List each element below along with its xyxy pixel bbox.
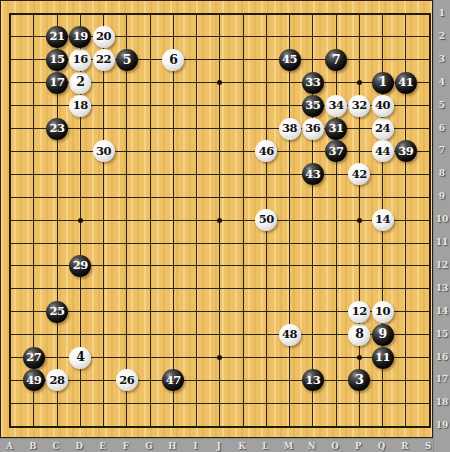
stone-black-Q15: 9 xyxy=(372,324,394,346)
column-label-M: M xyxy=(282,441,296,451)
stone-black-N17: 13 xyxy=(302,369,324,391)
stone-white-Q7: 44 xyxy=(372,140,394,162)
go-board-viewer: 1234567891011121314151617181920212223242… xyxy=(0,0,450,452)
row-label-14: 14 xyxy=(434,306,450,316)
move-number: 11 xyxy=(375,352,390,364)
column-label-C: C xyxy=(49,441,63,451)
column-label-J: J xyxy=(212,441,226,451)
move-number: 37 xyxy=(328,146,343,158)
move-number: 31 xyxy=(328,123,343,135)
move-number: 8 xyxy=(355,328,363,341)
move-number: 3 xyxy=(355,374,363,387)
stone-white-P14: 12 xyxy=(348,301,370,323)
column-label-B: B xyxy=(26,441,40,451)
stone-black-R7: 39 xyxy=(395,140,417,162)
move-number: 22 xyxy=(96,54,111,66)
stone-black-B17: 49 xyxy=(23,369,45,391)
move-number: 32 xyxy=(352,100,367,112)
move-number: 4 xyxy=(76,351,84,364)
move-number: 47 xyxy=(166,375,181,387)
stone-white-D5: 18 xyxy=(69,95,91,117)
move-number: 16 xyxy=(73,54,88,66)
column-label-G: G xyxy=(142,441,156,451)
move-number: 38 xyxy=(282,123,297,135)
column-label-O: O xyxy=(328,441,342,451)
move-number: 46 xyxy=(259,146,274,158)
move-number: 12 xyxy=(352,306,367,318)
row-label-12: 12 xyxy=(434,260,450,270)
move-number: 41 xyxy=(398,77,413,89)
move-number: 15 xyxy=(49,54,64,66)
stone-black-N8: 43 xyxy=(302,163,324,185)
column-label-I: I xyxy=(189,441,203,451)
move-number: 50 xyxy=(259,214,274,226)
column-label-N: N xyxy=(305,441,319,451)
stone-white-Q6: 24 xyxy=(372,118,394,140)
stone-white-P15: 8 xyxy=(348,324,370,346)
row-label-19: 19 xyxy=(434,420,450,430)
stone-white-M15: 48 xyxy=(279,324,301,346)
move-number: 29 xyxy=(73,260,88,272)
move-number: 45 xyxy=(282,54,297,66)
column-label-H: H xyxy=(165,441,179,451)
stone-black-Q16: 11 xyxy=(372,347,394,369)
move-number: 10 xyxy=(375,306,390,318)
move-number: 7 xyxy=(332,54,340,67)
stone-white-Q5: 40 xyxy=(372,95,394,117)
row-label-11: 11 xyxy=(434,237,450,247)
move-number: 25 xyxy=(49,306,64,318)
column-label-S: S xyxy=(421,441,435,451)
stone-white-E2: 20 xyxy=(93,26,115,48)
row-label-10: 10 xyxy=(434,214,450,224)
move-number: 26 xyxy=(119,375,134,387)
column-label-A: A xyxy=(3,441,17,451)
move-number: 9 xyxy=(378,328,386,341)
move-number: 30 xyxy=(96,146,111,158)
stone-white-D3: 16 xyxy=(69,49,91,71)
move-number: 28 xyxy=(49,375,64,387)
stone-white-D16: 4 xyxy=(69,347,91,369)
stone-white-M6: 38 xyxy=(279,118,301,140)
column-label-F: F xyxy=(119,441,133,451)
column-label-L: L xyxy=(258,441,272,451)
stone-white-P5: 32 xyxy=(348,95,370,117)
stone-black-Q4: 1 xyxy=(372,72,394,94)
move-number: 48 xyxy=(282,329,297,341)
move-number: 24 xyxy=(375,123,390,135)
move-number: 1 xyxy=(378,76,386,89)
move-number: 27 xyxy=(26,352,41,364)
stone-white-E7: 30 xyxy=(93,140,115,162)
move-number: 40 xyxy=(375,100,390,112)
move-number: 20 xyxy=(96,31,111,43)
stone-white-D4: 2 xyxy=(69,72,91,94)
stone-white-F17: 26 xyxy=(116,369,138,391)
move-number: 35 xyxy=(305,100,320,112)
stone-white-Q14: 10 xyxy=(372,301,394,323)
star-point xyxy=(357,355,362,360)
stone-black-N5: 35 xyxy=(302,95,324,117)
stone-black-D12: 29 xyxy=(69,255,91,277)
move-number: 39 xyxy=(398,146,413,158)
stone-black-C14: 25 xyxy=(46,301,68,323)
row-label-7: 7 xyxy=(434,145,450,155)
stone-black-M3: 45 xyxy=(279,49,301,71)
stone-white-Q10: 14 xyxy=(372,209,394,231)
row-label-15: 15 xyxy=(434,329,450,339)
column-label-K: K xyxy=(235,441,249,451)
move-number: 49 xyxy=(26,375,41,387)
row-label-6: 6 xyxy=(434,123,450,133)
stone-black-R4: 41 xyxy=(395,72,417,94)
move-number: 18 xyxy=(73,100,88,112)
move-number: 13 xyxy=(305,375,320,387)
move-number: 14 xyxy=(375,214,390,226)
column-label-R: R xyxy=(398,441,412,451)
move-number: 36 xyxy=(305,123,320,135)
move-number: 21 xyxy=(49,31,64,43)
stone-white-O5: 34 xyxy=(325,95,347,117)
go-board[interactable]: 1234567891011121314151617181920212223242… xyxy=(0,0,433,438)
stone-black-O3: 7 xyxy=(325,49,347,71)
move-number: 2 xyxy=(76,76,84,89)
row-label-18: 18 xyxy=(434,397,450,407)
column-label-E: E xyxy=(96,441,110,451)
row-label-5: 5 xyxy=(434,100,450,110)
stone-white-H3: 6 xyxy=(162,49,184,71)
row-label-2: 2 xyxy=(434,31,450,41)
move-number: 17 xyxy=(49,77,64,89)
column-label-P: P xyxy=(351,441,365,451)
row-label-1: 1 xyxy=(434,8,450,18)
row-label-3: 3 xyxy=(434,54,450,64)
row-label-17: 17 xyxy=(434,374,450,384)
move-number: 34 xyxy=(328,100,343,112)
column-coordinate-gutter: ABCDEFGHIJKLMNOPQRS xyxy=(0,438,433,452)
star-point xyxy=(217,218,222,223)
stone-black-O6: 31 xyxy=(325,118,347,140)
move-number: 42 xyxy=(352,169,367,181)
move-number: 23 xyxy=(49,123,64,135)
column-label-Q: Q xyxy=(375,441,389,451)
row-label-13: 13 xyxy=(434,283,450,293)
star-point xyxy=(78,218,83,223)
move-number: 44 xyxy=(375,146,390,158)
row-label-16: 16 xyxy=(434,352,450,362)
star-point xyxy=(357,80,362,85)
stone-black-C4: 17 xyxy=(46,72,68,94)
stone-black-B16: 27 xyxy=(23,347,45,369)
stone-white-N6: 36 xyxy=(302,118,324,140)
stone-black-C6: 23 xyxy=(46,118,68,140)
stone-black-C2: 21 xyxy=(46,26,68,48)
move-number: 43 xyxy=(305,169,320,181)
move-number: 33 xyxy=(305,77,320,89)
move-number: 6 xyxy=(169,54,177,67)
stone-black-F3: 5 xyxy=(116,49,138,71)
row-label-4: 4 xyxy=(434,77,450,87)
move-number: 19 xyxy=(73,31,88,43)
column-label-D: D xyxy=(72,441,86,451)
stone-black-D2: 19 xyxy=(69,26,91,48)
row-coordinate-gutter: 12345678910111213141516171819 xyxy=(433,0,450,452)
row-label-9: 9 xyxy=(434,191,450,201)
stone-black-N4: 33 xyxy=(302,72,324,94)
star-point xyxy=(357,218,362,223)
stone-black-C3: 15 xyxy=(46,49,68,71)
stone-white-E3: 22 xyxy=(93,49,115,71)
move-number: 5 xyxy=(123,54,131,67)
row-label-8: 8 xyxy=(434,168,450,178)
